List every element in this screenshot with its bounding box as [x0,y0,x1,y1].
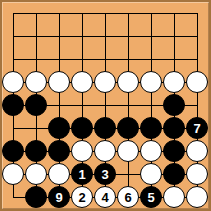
point-8-9[interactable] [186,163,209,186]
move-number: 5 [147,191,154,204]
black-stone [25,94,47,116]
point-6-7[interactable] [140,117,163,140]
point-7-2[interactable] [25,140,48,163]
point-9-5[interactable]: 4 [94,186,117,209]
black-stone [163,163,185,185]
point-9-8[interactable] [163,186,186,209]
point-8-7[interactable] [140,163,163,186]
white-stone [117,140,139,162]
point-6-8[interactable] [163,117,186,140]
point-9-1[interactable] [2,186,25,209]
point-5-8[interactable] [163,94,186,117]
point-6-2[interactable] [25,117,48,140]
point-7-3[interactable] [48,140,71,163]
point-4-2[interactable] [25,71,48,94]
black-stone: 9 [48,186,70,208]
point-5-4[interactable] [71,94,94,117]
white-stone [186,71,208,93]
white-stone [48,163,70,185]
black-stone [48,117,70,139]
point-4-5[interactable] [94,71,117,94]
white-stone [163,71,185,93]
point-2-8[interactable] [163,25,186,48]
point-4-7[interactable] [140,71,163,94]
white-stone [186,163,208,185]
black-stone: 7 [186,117,208,139]
point-8-6[interactable] [117,163,140,186]
black-stone: 5 [140,186,162,208]
point-1-7[interactable] [140,2,163,25]
point-2-7[interactable] [140,25,163,48]
point-2-2[interactable] [25,25,48,48]
black-stone [25,140,47,162]
point-4-4[interactable] [71,71,94,94]
point-5-5[interactable] [94,94,117,117]
white-stone [94,140,116,162]
white-stone: 2 [71,186,93,208]
black-stone [140,117,162,139]
black-stone [94,117,116,139]
point-8-1[interactable] [2,163,25,186]
white-stone: 4 [94,186,116,208]
white-stone [117,71,139,93]
point-7-5[interactable] [94,140,117,163]
point-4-3[interactable] [48,71,71,94]
point-9-3[interactable]: 9 [48,186,71,209]
point-1-3[interactable] [48,2,71,25]
point-1-1[interactable] [2,2,25,25]
point-6-3[interactable] [48,117,71,140]
white-stone [71,71,93,93]
point-9-9[interactable] [186,186,209,209]
white-stone: 6 [117,186,139,208]
point-8-5[interactable]: 3 [94,163,117,186]
point-7-1[interactable] [2,140,25,163]
point-3-3[interactable] [48,48,71,71]
point-9-7[interactable]: 5 [140,186,163,209]
point-9-4[interactable]: 2 [71,186,94,209]
point-5-1[interactable] [2,94,25,117]
black-stone: 3 [94,163,116,185]
point-8-2[interactable] [25,163,48,186]
point-1-4[interactable] [71,2,94,25]
white-stone [2,163,24,185]
white-stone [186,186,208,208]
point-2-3[interactable] [48,25,71,48]
stone-grid: 71392465 [2,2,209,209]
white-stone [140,140,162,162]
black-stone [71,117,93,139]
point-2-1[interactable] [2,25,25,48]
point-9-2[interactable] [25,186,48,209]
point-5-7[interactable] [140,94,163,117]
point-7-9[interactable] [186,140,209,163]
move-number: 3 [101,168,108,181]
go-board: 71392465 [0,0,211,211]
point-4-8[interactable] [163,71,186,94]
white-stone [71,140,93,162]
point-3-6[interactable] [117,48,140,71]
point-4-1[interactable] [2,71,25,94]
point-3-7[interactable] [140,48,163,71]
point-3-4[interactable] [71,48,94,71]
point-2-4[interactable] [71,25,94,48]
white-stone [2,71,24,93]
white-stone [25,71,47,93]
white-stone [94,71,116,93]
point-3-8[interactable] [163,48,186,71]
black-stone [163,140,185,162]
white-stone [48,71,70,93]
point-5-3[interactable] [48,94,71,117]
point-3-5[interactable] [94,48,117,71]
white-stone [25,163,47,185]
black-stone [48,140,70,162]
point-9-6[interactable]: 6 [117,186,140,209]
black-stone [163,94,185,116]
point-1-5[interactable] [94,2,117,25]
point-7-4[interactable] [71,140,94,163]
point-4-6[interactable] [117,71,140,94]
move-number: 7 [193,122,200,135]
white-stone [140,163,162,185]
point-7-7[interactable] [140,140,163,163]
point-2-5[interactable] [94,25,117,48]
move-number: 6 [124,191,131,204]
point-1-8[interactable] [163,2,186,25]
black-stone [25,186,47,208]
point-6-1[interactable] [2,117,25,140]
point-5-9[interactable] [186,94,209,117]
black-stone: 1 [71,163,93,185]
move-number: 4 [101,191,108,204]
move-number: 9 [55,191,62,204]
black-stone [2,94,24,116]
white-stone [140,71,162,93]
point-1-9[interactable] [186,2,209,25]
white-stone [186,140,208,162]
point-2-9[interactable] [186,25,209,48]
point-4-9[interactable] [186,71,209,94]
point-1-6[interactable] [117,2,140,25]
point-2-6[interactable] [117,25,140,48]
black-stone [117,117,139,139]
point-1-2[interactable] [25,2,48,25]
point-7-8[interactable] [163,140,186,163]
point-6-6[interactable] [117,117,140,140]
point-8-8[interactable] [163,163,186,186]
point-6-5[interactable] [94,117,117,140]
point-8-4[interactable]: 1 [71,163,94,186]
point-7-6[interactable] [117,140,140,163]
black-stone [163,117,185,139]
point-5-2[interactable] [25,94,48,117]
move-number: 1 [78,168,85,181]
point-3-2[interactable] [25,48,48,71]
point-3-9[interactable] [186,48,209,71]
move-number: 2 [78,191,85,204]
point-8-3[interactable] [48,163,71,186]
point-3-1[interactable] [2,48,25,71]
black-stone [2,140,24,162]
point-6-9[interactable]: 7 [186,117,209,140]
point-5-6[interactable] [117,94,140,117]
white-stone [163,186,185,208]
point-6-4[interactable] [71,117,94,140]
